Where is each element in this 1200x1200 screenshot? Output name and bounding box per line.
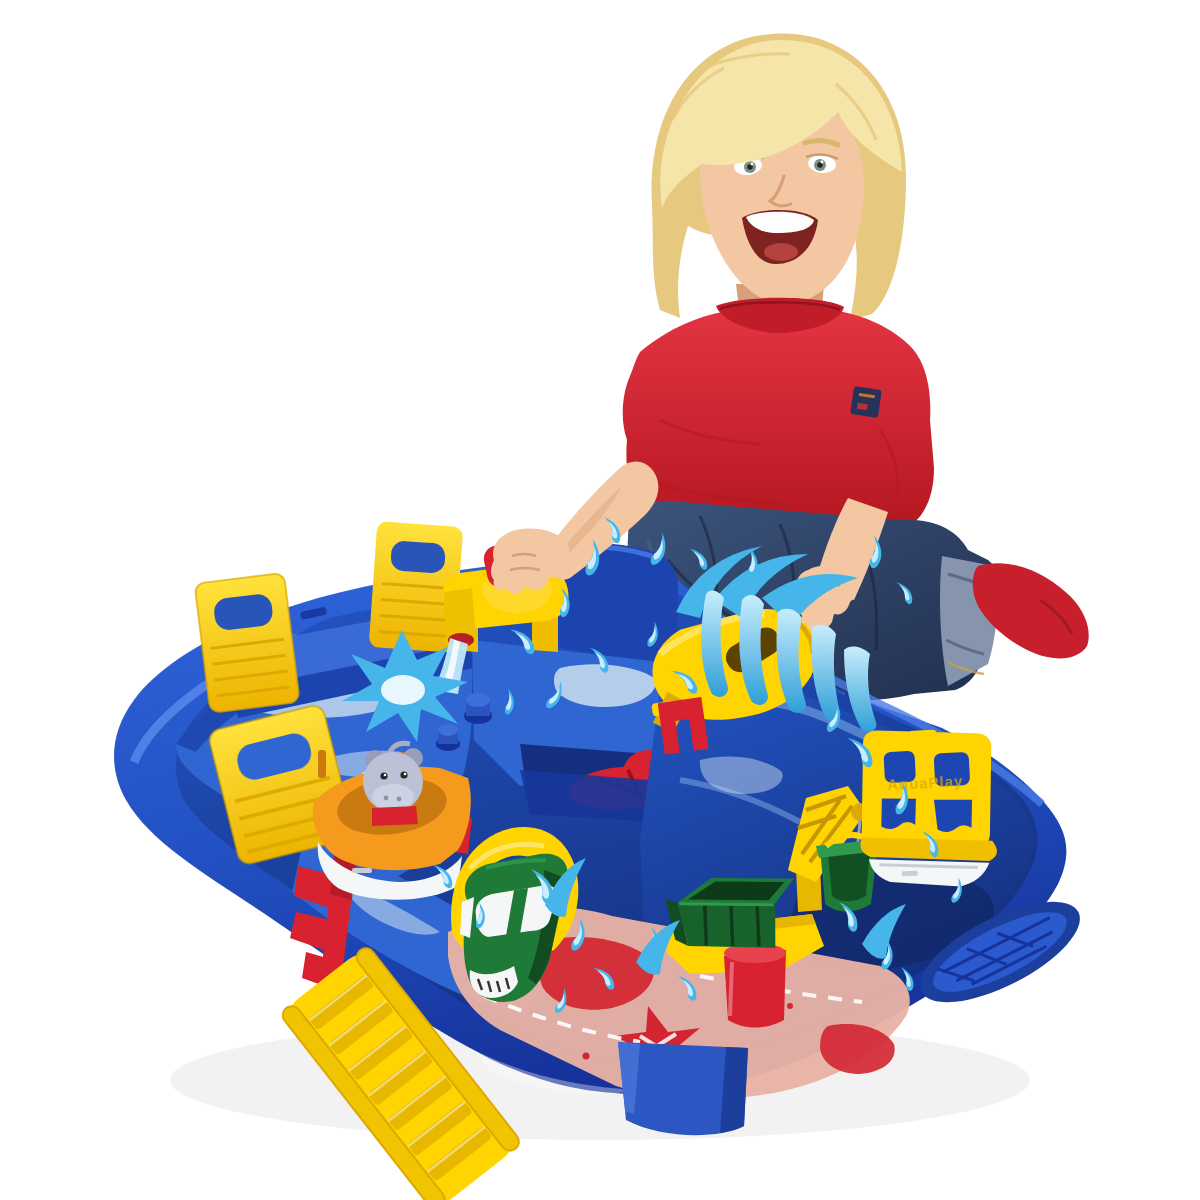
case-foot (618, 1042, 748, 1135)
hippo-figure (363, 743, 423, 826)
lock-gate-1 (195, 573, 300, 713)
sailboat: AquaPlay (855, 725, 999, 892)
photo-stage: AquaPlay (0, 0, 1200, 1200)
scene-illustration: AquaPlay (0, 0, 1200, 1200)
red-pillar (724, 943, 786, 1028)
hippo-body (372, 806, 418, 826)
sleeve-badge (850, 386, 882, 418)
